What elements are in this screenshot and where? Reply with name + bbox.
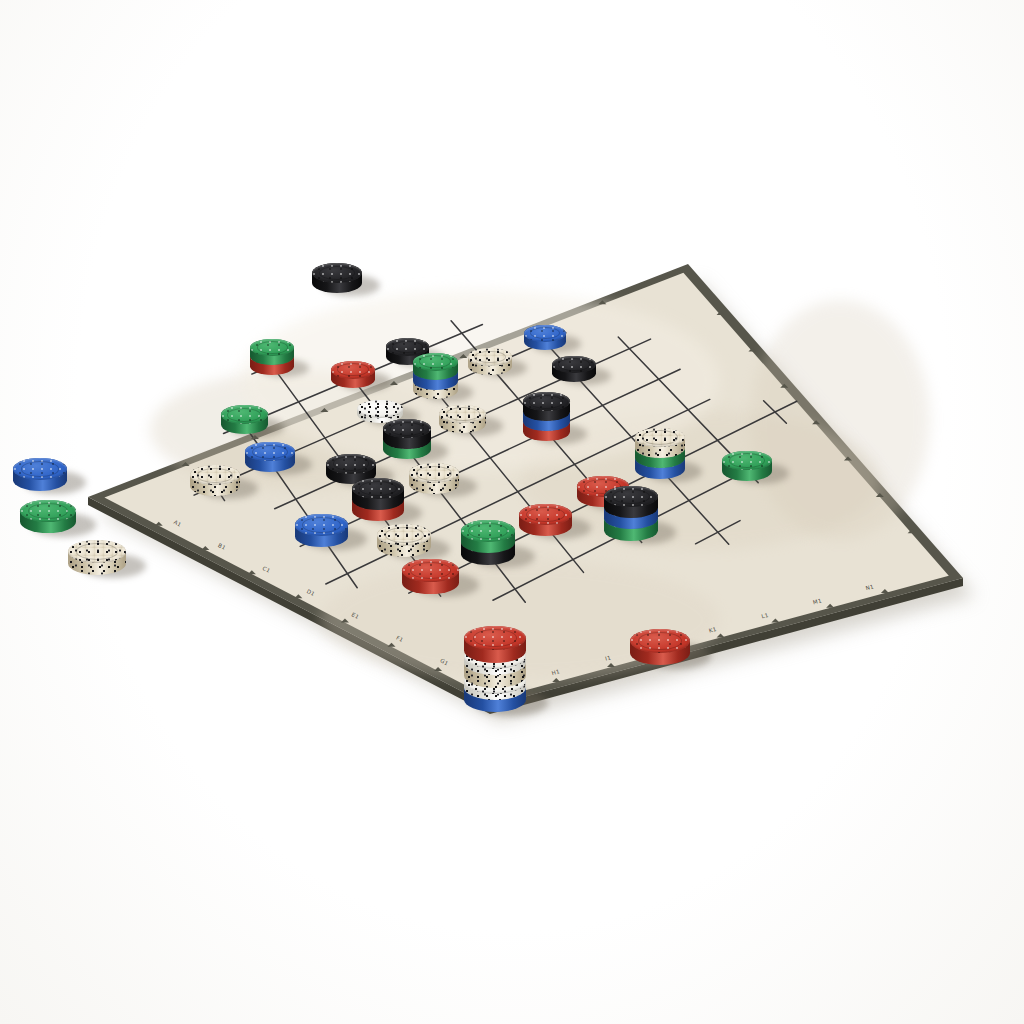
disc-rim-ring — [28, 503, 68, 519]
disc-rim-ring — [446, 407, 480, 421]
disc-rim-ring — [392, 341, 423, 353]
disc-rim-ring — [76, 543, 118, 560]
disc-rim-ring — [333, 456, 369, 470]
disc-rim-ring — [21, 461, 60, 477]
disc-rim-ring — [529, 395, 563, 409]
disc-rim-ring — [302, 517, 341, 532]
disc-rim-ring — [390, 422, 425, 436]
marble-vein — [750, 300, 930, 540]
disc-rim-ring — [473, 629, 518, 647]
disc-rim-ring — [337, 363, 369, 376]
disc-rim-ring — [359, 481, 397, 496]
disc-rim-ring — [642, 430, 678, 444]
disc-rim-ring — [252, 445, 288, 459]
disc-rim-ring — [416, 466, 452, 481]
scene: A1B1C1D1E1F1G1H1I1J1K1L1M1N1 — [0, 0, 1024, 1024]
disc-rim-ring — [319, 266, 355, 280]
disc-rim-ring — [638, 632, 681, 649]
disc-rim-ring — [729, 453, 765, 467]
disc-rim-ring — [227, 408, 261, 422]
disc-rim-ring — [612, 489, 650, 504]
disc-rim-ring — [474, 351, 505, 364]
disc-rim-ring — [468, 523, 507, 539]
disc-rim-ring — [385, 527, 424, 543]
disc-rim-ring — [558, 358, 590, 371]
disc-rim-ring — [526, 507, 564, 522]
disc-rim-ring — [410, 562, 451, 578]
disc-rim-ring — [197, 468, 234, 483]
game-board: A1B1C1D1E1F1G1H1I1J1K1L1M1N1 — [0, 0, 1024, 1024]
disc-rim-ring — [257, 341, 288, 354]
